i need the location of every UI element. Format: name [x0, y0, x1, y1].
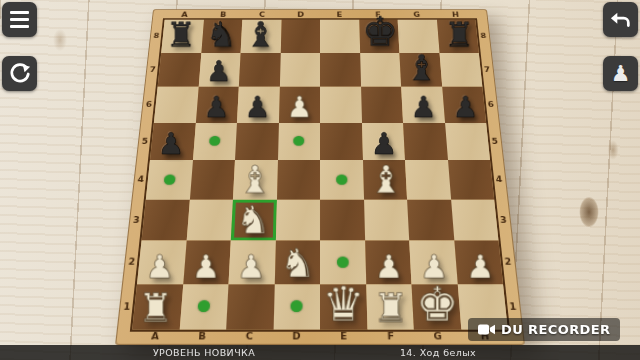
hamburger-menu-icon	[10, 11, 29, 28]
square-f6[interactable]	[361, 87, 403, 123]
square-g7[interactable]: ♝	[399, 53, 441, 87]
coordinate-label: C	[242, 10, 281, 17]
coordinate-label: 4	[493, 175, 506, 184]
square-a6[interactable]	[154, 87, 198, 123]
coordinate-label: 1	[506, 301, 520, 312]
du-recorder-watermark: DU RECORDER	[468, 318, 620, 341]
piece-white-pawn[interactable]: ♟	[183, 251, 229, 283]
square-c6[interactable]: ♟	[237, 87, 279, 123]
coordinate-label: E	[320, 331, 367, 342]
coordinate-label: F	[359, 10, 398, 17]
square-b7[interactable]: ♟	[198, 53, 240, 87]
status-bar: УРОВЕНЬ НОВИЧКА 14. Ход белых	[0, 345, 640, 360]
square-a7[interactable]	[158, 53, 201, 87]
coordinate-label: 5	[139, 136, 152, 145]
square-c5[interactable]	[235, 123, 278, 160]
square-d3[interactable]	[275, 199, 320, 240]
piece-white-pawn[interactable]: ♟	[279, 92, 320, 121]
video-camera-icon	[478, 323, 495, 336]
coordinate-label: 8	[478, 32, 490, 40]
square-g1[interactable]: ♚	[411, 284, 460, 330]
square-f1[interactable]: ♜	[366, 284, 414, 330]
square-d1[interactable]	[273, 284, 320, 330]
circular-arrow-icon	[9, 63, 31, 85]
piece-white-knight[interactable]: ♞	[274, 243, 320, 283]
piece-black-rook[interactable]: ♜	[439, 18, 479, 52]
move-hint-dot[interactable]	[209, 136, 221, 146]
restart-button[interactable]	[2, 56, 37, 91]
square-c2[interactable]: ♟	[229, 241, 276, 284]
square-b5[interactable]	[193, 123, 237, 160]
square-h5[interactable]	[445, 123, 490, 160]
square-a2[interactable]: ♟	[137, 241, 186, 284]
coordinate-label: 3	[130, 215, 143, 225]
piece-white-knight[interactable]: ♞	[231, 201, 276, 240]
square-a8[interactable]: ♜	[161, 20, 203, 53]
side-select-button[interactable]: ♟	[603, 56, 638, 91]
coordinate-label: B	[178, 331, 226, 342]
pawn-icon: ♟	[611, 63, 631, 85]
piece-black-pawn[interactable]: ♟	[198, 57, 239, 86]
square-e4[interactable]	[320, 160, 364, 199]
square-f7[interactable]	[360, 53, 401, 87]
piece-white-pawn[interactable]: ♟	[137, 251, 183, 283]
coordinate-label: 3	[497, 215, 510, 225]
square-f2[interactable]: ♟	[365, 241, 412, 284]
coordinate-label: F	[367, 331, 415, 342]
piece-white-pawn[interactable]: ♟	[366, 251, 412, 283]
coordinate-label: A	[131, 331, 179, 342]
square-d8[interactable]	[280, 20, 320, 53]
square-b4[interactable]	[189, 160, 235, 199]
undo-arrow-icon	[610, 9, 632, 31]
square-c8[interactable]: ♝	[241, 20, 282, 53]
menu-button[interactable]	[2, 2, 37, 37]
square-h2[interactable]: ♟	[454, 241, 503, 284]
square-c7[interactable]	[239, 53, 280, 87]
coordinate-label: G	[397, 10, 436, 17]
square-a4[interactable]	[146, 160, 193, 199]
square-h7[interactable]	[439, 53, 482, 87]
square-c1[interactable]	[226, 284, 274, 330]
square-e7[interactable]	[320, 53, 361, 87]
square-b6[interactable]: ♟	[195, 87, 238, 123]
coordinate-label: 5	[489, 136, 502, 145]
piece-white-bishop[interactable]: ♝	[233, 160, 277, 198]
square-f8[interactable]: ♚	[359, 20, 400, 53]
square-g6[interactable]: ♟	[401, 87, 444, 123]
square-e1[interactable]: ♛	[320, 284, 367, 330]
piece-black-bishop[interactable]: ♝	[241, 17, 281, 52]
move-indicator: 14. Ход белых	[386, 347, 490, 358]
coordinate-label: A	[165, 10, 204, 17]
square-b8[interactable]: ♞	[201, 20, 242, 53]
square-f4[interactable]: ♝	[363, 160, 408, 199]
chess-board: ♜♞♝♚♜♟♝♟♟♟♟♟♟♟♝♝♞♟♟♟♞♟♟♟♜♛♜♚ AABBCCDDEEF…	[115, 9, 525, 345]
watermark-text: DU RECORDER	[501, 322, 610, 337]
piece-white-rook[interactable]: ♜	[367, 289, 414, 329]
square-f5[interactable]: ♟	[362, 123, 405, 160]
piece-black-pawn[interactable]: ♟	[444, 92, 485, 121]
square-d4[interactable]	[276, 160, 320, 199]
square-e3[interactable]	[320, 199, 365, 240]
piece-black-knight[interactable]: ♞	[201, 17, 241, 52]
square-b2[interactable]: ♟	[183, 241, 231, 284]
piece-black-pawn[interactable]: ♟	[150, 129, 192, 159]
piece-black-pawn[interactable]: ♟	[196, 92, 237, 121]
square-e8[interactable]	[320, 20, 360, 53]
coordinate-label: D	[281, 10, 320, 17]
coordinate-label: 7	[147, 65, 159, 73]
piece-white-queen[interactable]: ♛	[320, 281, 367, 328]
coordinate-label: E	[320, 10, 359, 17]
move-hint-dot[interactable]	[291, 300, 303, 312]
undo-button[interactable]	[603, 2, 638, 37]
square-e5[interactable]	[320, 123, 363, 160]
piece-black-pawn[interactable]: ♟	[362, 129, 404, 159]
square-d2[interactable]: ♞	[274, 241, 320, 284]
square-c3[interactable]: ♞	[231, 199, 277, 240]
square-h4[interactable]	[448, 160, 495, 199]
square-a5[interactable]: ♟	[150, 123, 195, 160]
square-h3[interactable]	[451, 199, 499, 240]
coordinate-label: C	[225, 331, 273, 342]
square-d6[interactable]: ♟	[278, 87, 320, 123]
piece-white-rook[interactable]: ♜	[132, 289, 179, 329]
piece-white-king[interactable]: ♚	[414, 281, 461, 328]
square-a1[interactable]: ♜	[132, 284, 183, 330]
square-b1[interactable]	[179, 284, 228, 330]
square-c4[interactable]: ♝	[233, 160, 278, 199]
square-g4[interactable]	[405, 160, 451, 199]
square-h6[interactable]: ♟	[442, 87, 486, 123]
coordinate-label: 6	[143, 100, 156, 108]
piece-black-bishop[interactable]: ♝	[401, 51, 442, 86]
level-label: УРОВЕНЬ НОВИЧКА	[146, 347, 262, 358]
square-g3[interactable]	[407, 199, 454, 240]
square-f3[interactable]	[364, 199, 410, 240]
square-h8[interactable]: ♜	[436, 20, 478, 53]
coordinate-label: G	[414, 331, 462, 342]
coordinate-label: D	[273, 331, 320, 342]
piece-white-bishop[interactable]: ♝	[364, 160, 408, 198]
board-scene: ♜♞♝♚♜♟♝♟♟♟♟♟♟♟♝♝♞♟♟♟♞♟♟♟♜♛♜♚ AABBCCDDEEF…	[86, 0, 554, 360]
square-e6[interactable]	[320, 87, 362, 123]
move-hint-dot[interactable]	[198, 300, 211, 312]
square-d7[interactable]	[279, 53, 320, 87]
move-hint-dot[interactable]	[163, 174, 175, 184]
square-d5[interactable]	[278, 123, 321, 160]
piece-black-rook[interactable]: ♜	[161, 18, 201, 52]
move-hint-dot[interactable]	[336, 174, 347, 184]
square-g5[interactable]	[403, 123, 447, 160]
coordinate-label: H	[436, 10, 475, 17]
move-hint-dot[interactable]	[337, 256, 349, 267]
coordinate-label: 7	[481, 65, 493, 73]
square-a3[interactable]	[142, 199, 190, 240]
coordinate-label: B	[204, 10, 243, 17]
move-hint-dot[interactable]	[293, 136, 304, 146]
board-grid: ♜♞♝♚♜♟♝♟♟♟♟♟♟♟♝♝♞♟♟♟♞♟♟♟♜♛♜♚	[132, 20, 507, 330]
piece-black-pawn[interactable]: ♟	[237, 92, 278, 121]
piece-white-pawn[interactable]: ♟	[229, 251, 275, 283]
square-b3[interactable]	[186, 199, 233, 240]
coordinate-label: 6	[485, 100, 498, 108]
coordinate-label: 8	[151, 32, 163, 40]
piece-black-pawn[interactable]: ♟	[403, 92, 444, 121]
coordinate-label: 4	[134, 175, 147, 184]
piece-white-pawn[interactable]: ♟	[457, 251, 503, 283]
